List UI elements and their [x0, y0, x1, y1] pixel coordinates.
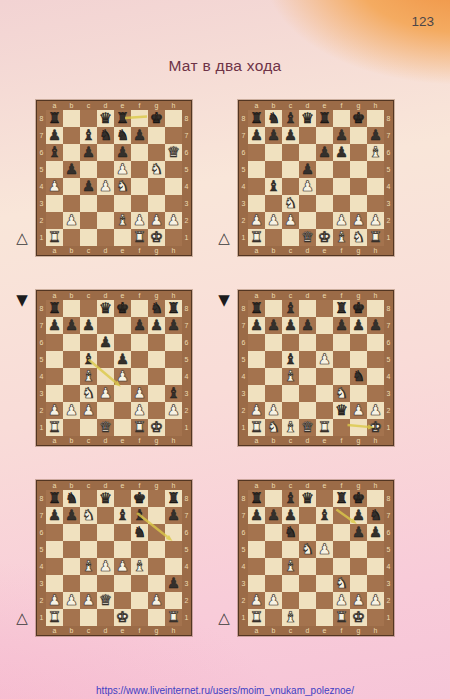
square-a2: ♟ [46, 592, 63, 609]
black-king: ♚ [133, 490, 146, 507]
square-f4: ♝ [131, 558, 148, 575]
board-coordinates-top: abcdefgh [248, 101, 384, 110]
black-knight: ♞ [150, 300, 163, 317]
square-f6: ♟ [333, 144, 350, 161]
black-rook: ♜ [335, 490, 348, 507]
square-g1 [350, 419, 367, 436]
square-g2 [148, 402, 165, 419]
square-e1 [114, 229, 131, 246]
square-b8: ♞ [265, 110, 282, 127]
black-pawn: ♟ [284, 127, 297, 144]
square-c8: ♝ [282, 300, 299, 317]
side-to-move-marker: △ [214, 610, 234, 626]
square-a3 [248, 575, 265, 592]
square-e1 [316, 609, 333, 626]
square-f3 [333, 195, 350, 212]
black-bishop: ♝ [267, 178, 280, 195]
square-c1 [80, 609, 97, 626]
square-d5: ♟ [299, 161, 316, 178]
white-pawn: ♟ [250, 212, 263, 229]
square-e7: ♝ [114, 507, 131, 524]
square-h8: ♜ [165, 490, 182, 507]
square-a2: ♟ [248, 212, 265, 229]
white-rook: ♜ [48, 419, 61, 436]
white-pawn: ♟ [48, 402, 61, 419]
square-b3 [63, 575, 80, 592]
square-d5: ♞ [299, 541, 316, 558]
square-c1 [80, 229, 97, 246]
board-coordinates-right: 87654321 [384, 110, 393, 246]
square-g2: ♟ [350, 212, 367, 229]
square-e5: ♟ [114, 161, 131, 178]
square-h4 [367, 558, 384, 575]
black-rook: ♜ [250, 490, 263, 507]
chess-board-3: ▼ abcdefghabcdefgh8765432187654321♜♛♚♞♜♟… [36, 290, 192, 446]
black-bishop: ♝ [82, 127, 95, 144]
square-a4 [46, 558, 63, 575]
square-h6 [165, 334, 182, 351]
square-e4: ♞ [114, 178, 131, 195]
square-c8: ♝ [282, 490, 299, 507]
square-f3 [131, 195, 148, 212]
square-a5 [248, 351, 265, 368]
square-d1 [97, 229, 114, 246]
square-g8: ♚ [148, 110, 165, 127]
square-a1: ♜ [248, 609, 265, 626]
square-h2: ♟ [367, 592, 384, 609]
white-queen: ♛ [167, 144, 180, 161]
black-pawn: ♟ [250, 507, 263, 524]
square-c3 [282, 575, 299, 592]
square-e1: ♜ [316, 419, 333, 436]
square-h5 [165, 351, 182, 368]
square-a1: ♜ [248, 229, 265, 246]
square-g2: ♟ [350, 402, 367, 419]
square-e2 [316, 212, 333, 229]
square-e3 [316, 195, 333, 212]
square-e7: ♝ [316, 507, 333, 524]
white-pawn: ♟ [150, 592, 163, 609]
square-c4 [282, 178, 299, 195]
square-f7: ♟ [333, 127, 350, 144]
square-g4 [148, 368, 165, 385]
square-e2 [316, 592, 333, 609]
white-pawn: ♟ [99, 558, 112, 575]
square-b1 [265, 229, 282, 246]
square-b7: ♟ [265, 127, 282, 144]
square-b2: ♟ [63, 212, 80, 229]
side-to-move-marker: ▼ [214, 292, 234, 308]
square-b4 [265, 368, 282, 385]
square-e3 [114, 575, 131, 592]
square-h5 [367, 351, 384, 368]
square-d3 [299, 385, 316, 402]
square-h4 [165, 558, 182, 575]
square-a8: ♜ [248, 110, 265, 127]
white-pawn: ♟ [335, 592, 348, 609]
square-b6 [265, 144, 282, 161]
board-grid: ♜♛♚♞♜♟♟♟♟♟♟♟♝♟♝♟♞♟♟♝♟♟♟♟♟♜♛♜♚ [46, 300, 182, 436]
square-b5: ♟ [63, 161, 80, 178]
black-knight: ♞ [65, 490, 78, 507]
square-c6: ♞ [282, 524, 299, 541]
square-c8: ♝ [282, 110, 299, 127]
square-g5 [350, 161, 367, 178]
white-king: ♚ [150, 229, 163, 246]
square-d4: ♟ [299, 178, 316, 195]
white-pawn: ♟ [167, 402, 180, 419]
square-d4: ♟ [97, 178, 114, 195]
footer-url: https://www.liveinternet.ru/users/moim_v… [0, 685, 450, 696]
square-b5 [63, 351, 80, 368]
square-f5 [131, 541, 148, 558]
square-f6 [333, 334, 350, 351]
black-rook: ♜ [167, 490, 180, 507]
square-g5: ♞ [148, 161, 165, 178]
square-c7: ♟ [282, 507, 299, 524]
white-bishop: ♝ [284, 419, 297, 436]
board-grid: ♜♞♛♚♜♟♟♞♝♝♟♞♝♟♟♝♟♟♟♟♛♟♜♚♜ [46, 490, 182, 626]
black-knight: ♞ [352, 368, 365, 385]
square-a3 [248, 385, 265, 402]
square-e2 [114, 592, 131, 609]
square-b4 [265, 558, 282, 575]
square-e1: ♚ [114, 609, 131, 626]
board-grid: ♜♝♛♜♚♟♟♟♝♟♞♞♟♟♞♟♝♞♟♟♟♟♟♜♝♜♚ [248, 490, 384, 626]
square-h6: ♛ [165, 144, 182, 161]
black-pawn: ♟ [284, 317, 297, 334]
square-e5: ♟ [316, 351, 333, 368]
square-c2: ♟ [282, 212, 299, 229]
white-bishop: ♝ [284, 609, 297, 626]
square-c2 [80, 212, 97, 229]
square-c5 [282, 161, 299, 178]
square-a5 [248, 541, 265, 558]
white-knight: ♞ [267, 419, 280, 436]
square-d7: ♞ [97, 127, 114, 144]
square-g3 [148, 575, 165, 592]
square-e7 [114, 317, 131, 334]
square-d6 [299, 334, 316, 351]
square-h5 [165, 541, 182, 558]
white-knight: ♞ [352, 229, 365, 246]
board-coordinates-bottom: abcdefgh [248, 246, 384, 255]
square-g7 [148, 507, 165, 524]
square-a3 [248, 195, 265, 212]
square-g4 [148, 558, 165, 575]
board-coordinates-top: abcdefgh [46, 101, 182, 110]
square-a6 [248, 144, 265, 161]
square-f2: ♟ [131, 402, 148, 419]
square-b6 [265, 334, 282, 351]
square-h6: ♟ [367, 524, 384, 541]
black-pawn: ♟ [82, 178, 95, 195]
black-pawn: ♟ [369, 524, 382, 541]
square-a5 [248, 161, 265, 178]
square-b8 [265, 490, 282, 507]
black-pawn: ♟ [167, 507, 180, 524]
square-d5 [97, 161, 114, 178]
black-pawn: ♟ [267, 507, 280, 524]
square-b5 [265, 541, 282, 558]
white-king: ♚ [352, 609, 365, 626]
square-h3 [165, 195, 182, 212]
black-pawn: ♟ [150, 317, 163, 334]
square-h7: ♞ [367, 507, 384, 524]
square-h3 [367, 575, 384, 592]
square-a6: ♝ [46, 144, 63, 161]
square-b6 [265, 524, 282, 541]
square-c4: ♟ [80, 178, 97, 195]
square-d7 [97, 317, 114, 334]
square-c5 [80, 161, 97, 178]
black-rook: ♜ [335, 300, 348, 317]
square-c3: ♞ [282, 195, 299, 212]
square-c6 [282, 144, 299, 161]
white-pawn: ♟ [65, 592, 78, 609]
white-bishop: ♝ [82, 368, 95, 385]
square-d6: ♟ [97, 334, 114, 351]
square-g1: ♚ [350, 609, 367, 626]
square-f2 [131, 592, 148, 609]
square-g6 [350, 334, 367, 351]
black-rook: ♜ [250, 300, 263, 317]
square-d8: ♛ [97, 110, 114, 127]
square-e8: ♚ [114, 300, 131, 317]
chess-board-2: △ abcdefghabcdefgh8765432187654321♜♞♝♛♜♚… [238, 100, 394, 256]
square-a2: ♟ [248, 592, 265, 609]
square-b1: ♞ [265, 419, 282, 436]
square-f1 [131, 609, 148, 626]
square-e8: ♜ [114, 110, 131, 127]
square-a5 [46, 541, 63, 558]
square-g1 [148, 609, 165, 626]
square-c7: ♟ [282, 317, 299, 334]
white-king: ♚ [150, 419, 163, 436]
square-d1 [299, 609, 316, 626]
black-pawn: ♟ [369, 317, 382, 334]
black-bishop: ♝ [48, 144, 61, 161]
white-pawn: ♟ [82, 402, 95, 419]
square-a3 [46, 575, 63, 592]
square-g2: ♟ [148, 212, 165, 229]
square-c5: ♝ [80, 351, 97, 368]
black-knight: ♞ [116, 127, 129, 144]
black-pawn: ♟ [116, 351, 129, 368]
square-e1 [114, 419, 131, 436]
white-bishop: ♝ [284, 368, 297, 385]
white-rook: ♜ [250, 609, 263, 626]
board-coordinates-top: abcdefgh [248, 291, 384, 300]
square-c2 [282, 592, 299, 609]
square-h5 [367, 161, 384, 178]
board-coordinates-left: 87654321 [37, 300, 46, 436]
square-d3 [299, 575, 316, 592]
square-h4 [165, 178, 182, 195]
square-d4 [299, 368, 316, 385]
square-a7: ♟ [248, 507, 265, 524]
square-a5 [46, 161, 63, 178]
square-d4: ♟ [97, 558, 114, 575]
board-coordinates-bottom: abcdefgh [46, 626, 182, 635]
black-pawn: ♟ [301, 317, 314, 334]
square-f2: ♛ [333, 402, 350, 419]
square-e8: ♜ [316, 110, 333, 127]
square-e8 [316, 490, 333, 507]
square-f8 [131, 110, 148, 127]
square-b8 [63, 110, 80, 127]
white-pawn: ♟ [267, 212, 280, 229]
square-f8: ♜ [333, 490, 350, 507]
square-b5 [265, 351, 282, 368]
board-coordinates-top: abcdefgh [248, 481, 384, 490]
square-e6 [316, 334, 333, 351]
square-f1: ♜ [333, 609, 350, 626]
square-e6: ♟ [114, 144, 131, 161]
square-e6: ♟ [316, 144, 333, 161]
square-h4 [165, 368, 182, 385]
square-c6 [80, 334, 97, 351]
black-pawn: ♟ [48, 317, 61, 334]
square-h7 [165, 127, 182, 144]
square-g2: ♟ [350, 592, 367, 609]
square-d1: ♛ [299, 229, 316, 246]
square-c4: ♝ [80, 368, 97, 385]
square-g4 [148, 178, 165, 195]
white-pawn: ♟ [267, 402, 280, 419]
white-pawn: ♟ [65, 402, 78, 419]
square-b6 [63, 524, 80, 541]
black-king: ♚ [352, 300, 365, 317]
square-g6: ♟ [350, 524, 367, 541]
white-king: ♚ [116, 609, 129, 626]
square-c5: ♝ [282, 351, 299, 368]
square-g6 [148, 334, 165, 351]
square-a7: ♟ [248, 317, 265, 334]
white-queen: ♛ [301, 419, 314, 436]
square-c1: ♝ [282, 609, 299, 626]
black-knight: ♞ [133, 524, 146, 541]
square-f1 [333, 419, 350, 436]
chess-board-6: △ abcdefghabcdefgh8765432187654321♜♝♛♜♚♟… [238, 480, 394, 636]
board-grid: ♜♝♜♚♟♟♟♟♟♟♟♝♟♝♞♞♟♟♛♟♟♜♞♝♛♜♚ [248, 300, 384, 436]
square-h2: ♟ [367, 402, 384, 419]
square-f7: ♟ [333, 317, 350, 334]
square-g2: ♟ [148, 592, 165, 609]
square-c6 [80, 524, 97, 541]
square-h4 [367, 178, 384, 195]
square-e1: ♚ [316, 229, 333, 246]
square-f2: ♟ [333, 212, 350, 229]
square-f3 [131, 575, 148, 592]
square-b4 [63, 558, 80, 575]
square-c1 [282, 229, 299, 246]
square-e7 [316, 127, 333, 144]
square-b3 [63, 195, 80, 212]
square-e4: ♟ [114, 368, 131, 385]
black-pawn: ♟ [48, 127, 61, 144]
square-g7: ♟ [350, 507, 367, 524]
square-d7 [299, 507, 316, 524]
black-bishop: ♝ [167, 385, 180, 402]
square-h7: ♟ [367, 317, 384, 334]
square-e4: ♟ [114, 558, 131, 575]
white-bishop: ♝ [284, 558, 297, 575]
white-pawn: ♟ [99, 178, 112, 195]
square-f4 [131, 178, 148, 195]
square-f1: ♜ [131, 229, 148, 246]
white-bishop: ♝ [133, 558, 146, 575]
square-f8: ♚ [131, 490, 148, 507]
square-b8: ♞ [63, 490, 80, 507]
square-a6 [248, 524, 265, 541]
square-h6 [165, 524, 182, 541]
square-d2: ♛ [97, 592, 114, 609]
board-grid: ♜♛♜♚♟♝♞♞♟♝♟♟♛♟♟♞♟♟♟♞♟♝♟♟♟♜♜♚ [46, 110, 182, 246]
black-rook: ♜ [48, 110, 61, 127]
square-h4 [367, 368, 384, 385]
square-a1: ♜ [46, 229, 63, 246]
black-pawn: ♟ [352, 524, 365, 541]
square-f4 [333, 368, 350, 385]
black-bishop: ♝ [82, 351, 95, 368]
square-d6 [299, 144, 316, 161]
square-f6 [333, 524, 350, 541]
square-b1 [63, 419, 80, 436]
square-d8: ♛ [97, 300, 114, 317]
square-e3 [316, 385, 333, 402]
square-g5 [148, 351, 165, 368]
white-pawn: ♟ [250, 592, 263, 609]
square-d1 [97, 609, 114, 626]
board-coordinates-left: 87654321 [37, 490, 46, 626]
square-b1 [63, 609, 80, 626]
white-pawn: ♟ [65, 212, 78, 229]
board-coordinates-bottom: abcdefgh [46, 246, 182, 255]
square-d7 [97, 507, 114, 524]
black-rook: ♜ [48, 490, 61, 507]
square-h5 [165, 161, 182, 178]
black-knight: ♞ [369, 507, 382, 524]
square-d3 [97, 575, 114, 592]
square-b5 [265, 161, 282, 178]
square-a8: ♜ [46, 110, 63, 127]
square-f5 [333, 161, 350, 178]
black-queen: ♛ [99, 300, 112, 317]
square-g3 [148, 195, 165, 212]
page-title: Мат в два хода [0, 57, 450, 75]
black-rook: ♜ [167, 300, 180, 317]
square-a2: ♟ [46, 402, 63, 419]
side-to-move-marker: △ [214, 230, 234, 246]
square-f8 [131, 300, 148, 317]
board-coordinates-bottom: abcdefgh [248, 626, 384, 635]
square-b4 [63, 178, 80, 195]
square-a1: ♜ [248, 419, 265, 436]
square-g8 [148, 490, 165, 507]
white-pawn: ♟ [301, 178, 314, 195]
square-c1 [80, 419, 97, 436]
square-f7: ♝ [131, 507, 148, 524]
square-a3 [46, 195, 63, 212]
white-queen: ♛ [99, 592, 112, 609]
square-d2 [299, 402, 316, 419]
white-rook: ♜ [318, 419, 331, 436]
board-frame: abcdefghabcdefgh8765432187654321♜♛♚♞♜♟♟♟… [36, 290, 192, 446]
white-queen: ♛ [99, 419, 112, 436]
square-h3 [367, 195, 384, 212]
square-f7 [333, 507, 350, 524]
